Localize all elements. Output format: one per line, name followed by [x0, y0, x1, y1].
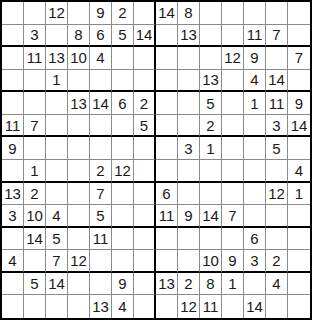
given-digit: 13 [180, 27, 197, 42]
given-digit: 13 [158, 276, 175, 291]
grid-cell-r3c11[interactable]: 12 [222, 47, 244, 70]
grid-cell-r11c5[interactable]: 11 [90, 228, 112, 251]
grid-cell-r5c6[interactable]: 6 [112, 92, 134, 115]
given-digit: 11 [269, 96, 285, 111]
given-digit: 14 [158, 5, 175, 20]
grid-cell-r14c11[interactable] [222, 295, 244, 318]
given-digit: 9 [118, 276, 126, 291]
grid-cell-r3c13[interactable] [266, 47, 288, 70]
given-digit: 11 [247, 27, 263, 42]
grid-cell-r7c12[interactable] [244, 137, 266, 160]
grid-cell-r14c2[interactable] [24, 295, 46, 318]
grid-cell-r1c12[interactable] [244, 2, 266, 25]
grid-cell-r13c6[interactable]: 9 [112, 273, 134, 296]
grid-cell-r1c6[interactable]: 2 [112, 2, 134, 25]
grid-cell-r4c5[interactable] [90, 70, 112, 93]
grid-cell-r13c12[interactable] [244, 273, 266, 296]
grid-cell-r5c8[interactable] [156, 92, 178, 115]
grid-cell-r7c13[interactable]: 5 [266, 137, 288, 160]
grid-cell-r11c12[interactable]: 6 [244, 228, 266, 251]
grid-cell-r5c9[interactable] [178, 92, 200, 115]
grid-cell-r10c2[interactable]: 10 [24, 205, 46, 228]
given-digit: 14 [48, 276, 65, 291]
grid-cell-r10c7[interactable] [134, 205, 156, 228]
grid-cell-r12c11[interactable]: 9 [222, 250, 244, 273]
given-digit: 11 [5, 118, 21, 133]
given-digit: 4 [8, 253, 16, 268]
grid-cell-r6c11[interactable] [222, 115, 244, 138]
grid-cell-r7c11[interactable] [222, 137, 244, 160]
grid-cell-r2c3[interactable] [46, 25, 68, 48]
given-digit: 5 [206, 96, 214, 111]
given-digit: 5 [30, 276, 38, 291]
given-digit: 4 [272, 276, 280, 291]
grid-cell-r12c1[interactable]: 4 [2, 250, 24, 273]
given-digit: 3 [184, 141, 192, 156]
grid-cell-r8c4[interactable] [68, 160, 90, 183]
grid-cell-r12c9[interactable] [178, 250, 200, 273]
grid-cell-r3c4[interactable]: 10 [68, 47, 90, 70]
grid-cell-r2c14[interactable] [288, 25, 310, 48]
grid-cell-r6c1[interactable]: 11 [2, 115, 24, 138]
grid-cell-r1c3[interactable]: 12 [46, 2, 68, 25]
grid-cell-r9c8[interactable]: 6 [156, 183, 178, 206]
grid-cell-r1c2[interactable] [24, 2, 46, 25]
given-digit: 1 [250, 96, 258, 111]
grid-cell-r2c4[interactable]: 8 [68, 25, 90, 48]
grid-cell-r13c5[interactable] [90, 273, 112, 296]
given-digit: 1 [295, 186, 303, 201]
grid-cell-r3c2[interactable]: 11 [24, 47, 46, 70]
grid-cell-r2c9[interactable]: 13 [178, 25, 200, 48]
given-digit: 2 [96, 163, 104, 178]
given-digit: 12 [268, 186, 285, 201]
grid-cell-r1c7[interactable] [134, 2, 156, 25]
given-digit: 11 [203, 299, 219, 314]
grid-cell-r14c12[interactable]: 14 [244, 295, 266, 318]
grid-cell-r14c5[interactable]: 13 [90, 295, 112, 318]
grid-cell-r1c10[interactable] [200, 2, 222, 25]
grid-cell-r13c3[interactable]: 14 [46, 273, 68, 296]
given-digit: 7 [295, 50, 303, 65]
grid-cell-r4c3[interactable]: 1 [46, 70, 68, 93]
given-digit: 5 [52, 231, 60, 246]
grid-cell-r13c9[interactable]: 2 [178, 273, 200, 296]
grid-cell-r3c5[interactable]: 4 [90, 47, 112, 70]
grid-cell-r2c5[interactable]: 6 [90, 25, 112, 48]
grid-cell-r1c14[interactable] [288, 2, 310, 25]
grid-cell-r2c11[interactable] [222, 25, 244, 48]
given-digit: 1 [30, 163, 38, 178]
grid-cell-r11c7[interactable] [134, 228, 156, 251]
grid-cell-r2c2[interactable]: 3 [24, 25, 46, 48]
given-digit: 3 [272, 118, 280, 133]
grid-cell-r9c2[interactable]: 2 [24, 183, 46, 206]
grid-cell-r2c8[interactable] [156, 25, 178, 48]
grid-cell-r13c7[interactable] [134, 273, 156, 296]
given-digit: 12 [48, 5, 65, 20]
grid-cell-r8c6[interactable]: 12 [112, 160, 134, 183]
given-digit: 7 [96, 186, 104, 201]
given-digit: 5 [118, 27, 126, 42]
given-digit: 4 [96, 50, 104, 65]
grid-cell-r6c4[interactable] [68, 115, 90, 138]
grid-cell-r5c3[interactable] [46, 92, 68, 115]
grid-cell-r12c7[interactable] [134, 250, 156, 273]
given-digit: 1 [228, 276, 236, 291]
grid-cell-r8c10[interactable] [200, 160, 222, 183]
grid-cell-r7c6[interactable] [112, 137, 134, 160]
grid-cell-r3c7[interactable] [134, 47, 156, 70]
grid-cell-r6c10[interactable]: 2 [200, 115, 222, 138]
grid-cell-r10c6[interactable] [112, 205, 134, 228]
given-digit: 10 [202, 253, 219, 268]
given-digit: 13 [202, 72, 219, 87]
grid-cell-r4c1[interactable] [2, 70, 24, 93]
given-digit: 4 [295, 163, 303, 178]
grid-cell-r5c5[interactable]: 14 [90, 92, 112, 115]
given-digit: 6 [96, 27, 104, 42]
grid-cell-r13c10[interactable]: 8 [200, 273, 222, 296]
grid-cell-r12c3[interactable]: 7 [46, 250, 68, 273]
grid-cell-r8c8[interactable] [156, 160, 178, 183]
grid-cell-r3c14[interactable]: 7 [288, 47, 310, 70]
grid-cell-r8c1[interactable] [2, 160, 24, 183]
given-digit: 14 [291, 118, 308, 133]
grid-cell-r10c3[interactable]: 4 [46, 205, 68, 228]
grid-cell-r5c10[interactable]: 5 [200, 92, 222, 115]
grid-cell-r12c14[interactable] [288, 250, 310, 273]
grid-cell-r7c10[interactable]: 1 [200, 137, 222, 160]
given-digit: 14 [268, 72, 285, 87]
grid-cell-r2c13[interactable]: 7 [266, 25, 288, 48]
grid-cell-r9c5[interactable]: 7 [90, 183, 112, 206]
given-digit: 14 [26, 231, 43, 246]
given-digit: 7 [228, 208, 236, 223]
grid-cell-r9c14[interactable]: 1 [288, 183, 310, 206]
given-digit: 10 [70, 50, 87, 65]
given-digit: 13 [48, 50, 65, 65]
grid-cell-r7c3[interactable] [46, 137, 68, 160]
given-digit: 5 [140, 118, 148, 133]
grid-cell-r8c9[interactable] [178, 160, 200, 183]
grid-cell-r4c4[interactable] [68, 70, 90, 93]
given-digit: 14 [202, 208, 219, 223]
grid-cell-r7c4[interactable] [68, 137, 90, 160]
grid-cell-r9c9[interactable] [178, 183, 200, 206]
given-digit: 13 [70, 96, 87, 111]
given-digit: 13 [92, 299, 109, 314]
given-digit: 9 [96, 5, 104, 20]
grid-cell-r11c14[interactable] [288, 228, 310, 251]
grid-cell-r4c9[interactable] [178, 70, 200, 93]
grid-cell-r9c1[interactable]: 13 [2, 183, 24, 206]
given-digit: 3 [30, 27, 38, 42]
grid-cell-r13c4[interactable] [68, 273, 90, 296]
grid-cell-r3c3[interactable]: 13 [46, 47, 68, 70]
grid-cell-r10c8[interactable]: 11 [156, 205, 178, 228]
grid-cell-r11c1[interactable] [2, 228, 24, 251]
grid-cell-r1c13[interactable] [266, 2, 288, 25]
given-digit: 7 [272, 27, 280, 42]
grid-cell-r1c9[interactable]: 8 [178, 2, 200, 25]
grid-cell-r14c9[interactable]: 12 [178, 295, 200, 318]
grid-cell-r9c13[interactable]: 12 [266, 183, 288, 206]
grid-cell-r13c11[interactable]: 1 [222, 273, 244, 296]
grid-cell-r12c6[interactable] [112, 250, 134, 273]
grid-cell-r11c8[interactable] [156, 228, 178, 251]
given-digit: 2 [206, 118, 214, 133]
grid-cell-r7c2[interactable] [24, 137, 46, 160]
grid-cell-r8c5[interactable]: 2 [90, 160, 112, 183]
grid-cell-r3c1[interactable] [2, 47, 24, 70]
grid-cell-r5c14[interactable]: 9 [288, 92, 310, 115]
grid-cell-r5c1[interactable] [2, 92, 24, 115]
grid-cell-r9c11[interactable] [222, 183, 244, 206]
grid-cell-r13c13[interactable]: 4 [266, 273, 288, 296]
grid-cell-r2c12[interactable]: 11 [244, 25, 266, 48]
grid-cell-r13c8[interactable]: 13 [156, 273, 178, 296]
grid-cell-r4c7[interactable] [134, 70, 156, 93]
grid-cell-r12c8[interactable] [156, 250, 178, 273]
grid-cell-r9c6[interactable] [112, 183, 134, 206]
grid-cell-r8c12[interactable] [244, 160, 266, 183]
grid-cell-r7c9[interactable]: 3 [178, 137, 200, 160]
grid-cell-r14c3[interactable] [46, 295, 68, 318]
given-digit: 11 [93, 231, 109, 246]
given-digit: 9 [184, 208, 192, 223]
grid-cell-r9c12[interactable] [244, 183, 266, 206]
grid-cell-r6c7[interactable]: 5 [134, 115, 156, 138]
grid-cell-r11c11[interactable] [222, 228, 244, 251]
given-digit: 6 [118, 96, 126, 111]
grid-cell-r14c7[interactable] [134, 295, 156, 318]
grid-cell-r3c6[interactable] [112, 47, 134, 70]
grid-cell-r2c7[interactable]: 14 [134, 25, 156, 48]
grid-cell-r10c1[interactable]: 3 [2, 205, 24, 228]
given-digit: 8 [184, 5, 192, 20]
grid-cell-r14c8[interactable] [156, 295, 178, 318]
grid-cell-r14c4[interactable] [68, 295, 90, 318]
grid-cell-r12c5[interactable] [90, 250, 112, 273]
grid-cell-r2c10[interactable] [200, 25, 222, 48]
grid-cell-r1c8[interactable]: 14 [156, 2, 178, 25]
grid-cell-r3c12[interactable]: 9 [244, 47, 266, 70]
given-digit: 9 [8, 141, 16, 156]
grid-cell-r11c9[interactable] [178, 228, 200, 251]
grid-cell-r10c11[interactable]: 7 [222, 205, 244, 228]
grid-cell-r3c8[interactable] [156, 47, 178, 70]
grid-cell-r11c2[interactable]: 14 [24, 228, 46, 251]
given-digit: 7 [52, 253, 60, 268]
grid-cell-r6c6[interactable] [112, 115, 134, 138]
given-digit: 10 [26, 208, 43, 223]
grid-cell-r6c13[interactable]: 3 [266, 115, 288, 138]
grid-cell-r13c1[interactable] [2, 273, 24, 296]
grid-cell-r12c2[interactable] [24, 250, 46, 273]
given-digit: 4 [250, 72, 258, 87]
given-digit: 8 [206, 276, 214, 291]
grid-cell-r5c13[interactable]: 11 [266, 92, 288, 115]
grid-cell-r5c11[interactable] [222, 92, 244, 115]
given-digit: 12 [224, 50, 241, 65]
given-digit: 12 [114, 163, 131, 178]
grid-cell-r11c13[interactable] [266, 228, 288, 251]
grid-cell-r9c3[interactable] [46, 183, 68, 206]
given-digit: 3 [250, 253, 258, 268]
grid-cell-r6c14[interactable]: 14 [288, 115, 310, 138]
given-digit: 9 [228, 253, 236, 268]
grid-cell-r7c8[interactable] [156, 137, 178, 160]
grid-cell-r8c14[interactable]: 4 [288, 160, 310, 183]
given-digit: 11 [159, 208, 175, 223]
given-digit: 12 [70, 253, 87, 268]
given-digit: 9 [250, 50, 258, 65]
grid-cell-r7c5[interactable] [90, 137, 112, 160]
grid-cell-r6c2[interactable]: 7 [24, 115, 46, 138]
given-digit: 2 [184, 276, 192, 291]
given-digit: 2 [30, 186, 38, 201]
given-digit: 6 [162, 186, 170, 201]
given-digit: 4 [118, 299, 126, 314]
grid-cell-r14c13[interactable] [266, 295, 288, 318]
grid-cell-r4c2[interactable] [24, 70, 46, 93]
grid-cell-r10c9[interactable]: 9 [178, 205, 200, 228]
grid-cell-r4c14[interactable] [288, 70, 310, 93]
grid-cell-r10c10[interactable]: 14 [200, 205, 222, 228]
grid-cell-r14c1[interactable] [2, 295, 24, 318]
grid-cell-r13c2[interactable]: 5 [24, 273, 46, 296]
given-digit: 7 [30, 118, 38, 133]
given-digit: 6 [250, 231, 258, 246]
grid-cell-r5c7[interactable]: 2 [134, 92, 156, 115]
given-digit: 11 [27, 50, 43, 65]
grid-cell-r8c7[interactable] [134, 160, 156, 183]
grid-cell-r6c9[interactable] [178, 115, 200, 138]
grid-cell-r13c14[interactable] [288, 273, 310, 296]
sudoku-board: 1292148386514131171113104129711341413146… [0, 0, 312, 320]
given-digit: 12 [180, 299, 197, 314]
grid-cell-r6c3[interactable] [46, 115, 68, 138]
grid-cell-r1c11[interactable] [222, 2, 244, 25]
grid-cell-r1c4[interactable] [68, 2, 90, 25]
grid-cell-r10c5[interactable]: 5 [90, 205, 112, 228]
grid-cell-r12c10[interactable]: 10 [200, 250, 222, 273]
grid-cell-r11c3[interactable]: 5 [46, 228, 68, 251]
grid-cell-r5c4[interactable]: 13 [68, 92, 90, 115]
grid-cell-r6c12[interactable] [244, 115, 266, 138]
given-digit: 2 [140, 96, 148, 111]
grid-cell-r4c11[interactable] [222, 70, 244, 93]
given-digit: 14 [92, 96, 109, 111]
grid-cell-r5c2[interactable] [24, 92, 46, 115]
grid-cell-r4c10[interactable]: 13 [200, 70, 222, 93]
grid-cell-r10c14[interactable] [288, 205, 310, 228]
grid-cell-r1c5[interactable]: 9 [90, 2, 112, 25]
grid-cell-r4c13[interactable]: 14 [266, 70, 288, 93]
grid-cell-r8c3[interactable] [46, 160, 68, 183]
grid-cell-r12c13[interactable]: 2 [266, 250, 288, 273]
grid-cell-r9c4[interactable] [68, 183, 90, 206]
given-digit: 14 [246, 299, 263, 314]
given-digit: 9 [295, 96, 303, 111]
given-digit: 4 [52, 208, 60, 223]
grid-cell-r2c6[interactable]: 5 [112, 25, 134, 48]
grid-cell-r6c8[interactable] [156, 115, 178, 138]
given-digit: 13 [4, 186, 21, 201]
given-digit: 3 [8, 208, 16, 223]
grid-cell-r2c1[interactable] [2, 25, 24, 48]
given-digit: 5 [272, 141, 280, 156]
grid-cell-r10c4[interactable] [68, 205, 90, 228]
grid-cell-r14c14[interactable] [288, 295, 310, 318]
grid-cell-r14c6[interactable]: 4 [112, 295, 134, 318]
given-digit: 1 [206, 141, 214, 156]
grid-cell-r11c10[interactable] [200, 228, 222, 251]
grid-cell-r6c5[interactable] [90, 115, 112, 138]
given-digit: 2 [118, 5, 126, 20]
grid-cell-r11c4[interactable] [68, 228, 90, 251]
given-digit: 1 [52, 72, 60, 87]
given-digit: 14 [136, 27, 153, 42]
grid-cell-r4c8[interactable] [156, 70, 178, 93]
grid-cell-r3c9[interactable] [178, 47, 200, 70]
grid-cell-r7c1[interactable]: 9 [2, 137, 24, 160]
grid-cell-r7c14[interactable] [288, 137, 310, 160]
grid-cell-r7c7[interactable] [134, 137, 156, 160]
grid-cell-r12c4[interactable]: 12 [68, 250, 90, 273]
given-digit: 5 [96, 208, 104, 223]
grid-cell-r10c12[interactable] [244, 205, 266, 228]
grid-cell-r8c11[interactable] [222, 160, 244, 183]
grid-cell-r5c12[interactable]: 1 [244, 92, 266, 115]
grid-cell-r1c1[interactable] [2, 2, 24, 25]
given-digit: 8 [74, 27, 82, 42]
grid-cell-r9c7[interactable] [134, 183, 156, 206]
grid-cell-r8c13[interactable] [266, 160, 288, 183]
grid-cell-r10c13[interactable] [266, 205, 288, 228]
grid-cell-r8c2[interactable]: 1 [24, 160, 46, 183]
grid-cell-r4c6[interactable] [112, 70, 134, 93]
grid-cell-r14c10[interactable]: 11 [200, 295, 222, 318]
grid-cell-r4c12[interactable]: 4 [244, 70, 266, 93]
grid-cell-r3c10[interactable] [200, 47, 222, 70]
grid-cell-r12c12[interactable]: 3 [244, 250, 266, 273]
grid-cell-r11c6[interactable] [112, 228, 134, 251]
grid-cell-r9c10[interactable] [200, 183, 222, 206]
given-digit: 2 [272, 253, 280, 268]
